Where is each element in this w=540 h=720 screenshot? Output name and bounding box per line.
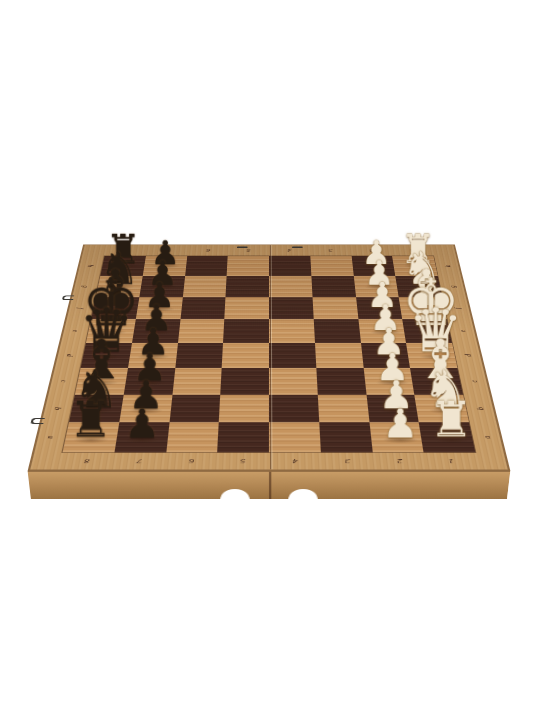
square-b3 <box>317 394 368 422</box>
rank-label-8: 8 <box>59 454 114 469</box>
rank-label-6: 6 <box>187 246 229 255</box>
rank-label-3: 3 <box>321 454 374 469</box>
file-label-h: h <box>69 261 113 271</box>
square-d3 <box>315 343 363 368</box>
square-f7 <box>136 297 183 319</box>
box-front-face <box>28 471 511 499</box>
product-photo-background: 87654321 87654321 hgfedcba hgfedcba ♜♟♟♜… <box>0 0 540 720</box>
square-c3 <box>316 368 366 394</box>
square-b8 <box>69 394 124 422</box>
rank-label-2: 2 <box>350 246 392 255</box>
square-b6 <box>169 394 220 422</box>
square-g7 <box>139 276 185 297</box>
box-front-seam <box>269 472 271 499</box>
square-a7 <box>114 422 169 452</box>
square-b7 <box>119 394 172 422</box>
square-a1 <box>419 422 475 452</box>
square-d1 <box>406 343 457 368</box>
square-h3 <box>310 256 353 276</box>
square-g4 <box>269 276 312 297</box>
square-e2 <box>358 319 406 343</box>
square-a4 <box>269 422 321 452</box>
square-a2 <box>369 422 424 452</box>
square-c7 <box>124 368 175 394</box>
square-b4 <box>269 394 319 422</box>
square-d4 <box>269 343 316 368</box>
square-f5 <box>225 297 269 319</box>
square-b5 <box>219 394 269 422</box>
square-e5 <box>223 319 269 343</box>
handle-notch <box>288 489 318 500</box>
square-a8 <box>63 422 119 452</box>
file-label-g: g <box>430 281 475 291</box>
square-d7 <box>128 343 178 368</box>
square-c2 <box>363 368 414 394</box>
square-g5 <box>226 276 269 297</box>
square-f2 <box>356 297 403 319</box>
square-d6 <box>175 343 223 368</box>
square-h4 <box>269 256 311 276</box>
handle-notch <box>220 489 250 500</box>
square-f3 <box>312 297 358 319</box>
square-b1 <box>414 394 469 422</box>
square-b2 <box>366 394 419 422</box>
file-label-h: h <box>426 261 470 271</box>
square-h5 <box>227 256 269 276</box>
rank-label-6: 6 <box>164 454 217 469</box>
board: 87654321 87654321 hgfedcba hgfedcba ♜♟♟♜… <box>28 245 511 471</box>
square-g3 <box>311 276 355 297</box>
square-c1 <box>410 368 463 394</box>
square-e7 <box>132 319 180 343</box>
square-c5 <box>221 368 269 394</box>
rank-label-4: 4 <box>269 246 310 255</box>
rank-label-1: 1 <box>391 246 434 255</box>
square-a5 <box>217 422 269 452</box>
square-g2 <box>353 276 399 297</box>
file-label-f: f <box>58 303 104 314</box>
square-e3 <box>313 319 360 343</box>
rank-label-5: 5 <box>228 246 269 255</box>
square-c6 <box>172 368 222 394</box>
square-h6 <box>185 256 228 276</box>
square-c8 <box>75 368 128 394</box>
square-c4 <box>269 368 317 394</box>
file-label-e: e <box>52 325 100 336</box>
coords-back-ranks: 87654321 <box>105 246 433 255</box>
chess-set-photo: 87654321 87654321 hgfedcba hgfedcba ♜♟♟♜… <box>0 0 540 720</box>
square-g6 <box>182 276 226 297</box>
file-label-f: f <box>434 303 480 314</box>
square-f4 <box>269 297 313 319</box>
rank-label-8: 8 <box>105 246 148 255</box>
file-label-g: g <box>63 281 108 291</box>
square-f6 <box>180 297 226 319</box>
square-a6 <box>166 422 219 452</box>
rank-label-7: 7 <box>146 246 188 255</box>
rank-label-7: 7 <box>112 454 166 469</box>
rank-label-3: 3 <box>310 246 352 255</box>
square-d2 <box>361 343 411 368</box>
square-h2 <box>351 256 395 276</box>
rank-label-4: 4 <box>269 454 321 469</box>
latch-hook-icon <box>62 295 75 300</box>
rank-label-5: 5 <box>217 454 269 469</box>
square-e6 <box>178 319 225 343</box>
rank-label-1: 1 <box>424 454 479 469</box>
square-a3 <box>319 422 372 452</box>
square-h7 <box>142 256 186 276</box>
rank-label-2: 2 <box>372 454 426 469</box>
file-label-e: e <box>439 325 487 336</box>
square-d8 <box>81 343 132 368</box>
square-e4 <box>269 319 315 343</box>
square-d5 <box>222 343 269 368</box>
